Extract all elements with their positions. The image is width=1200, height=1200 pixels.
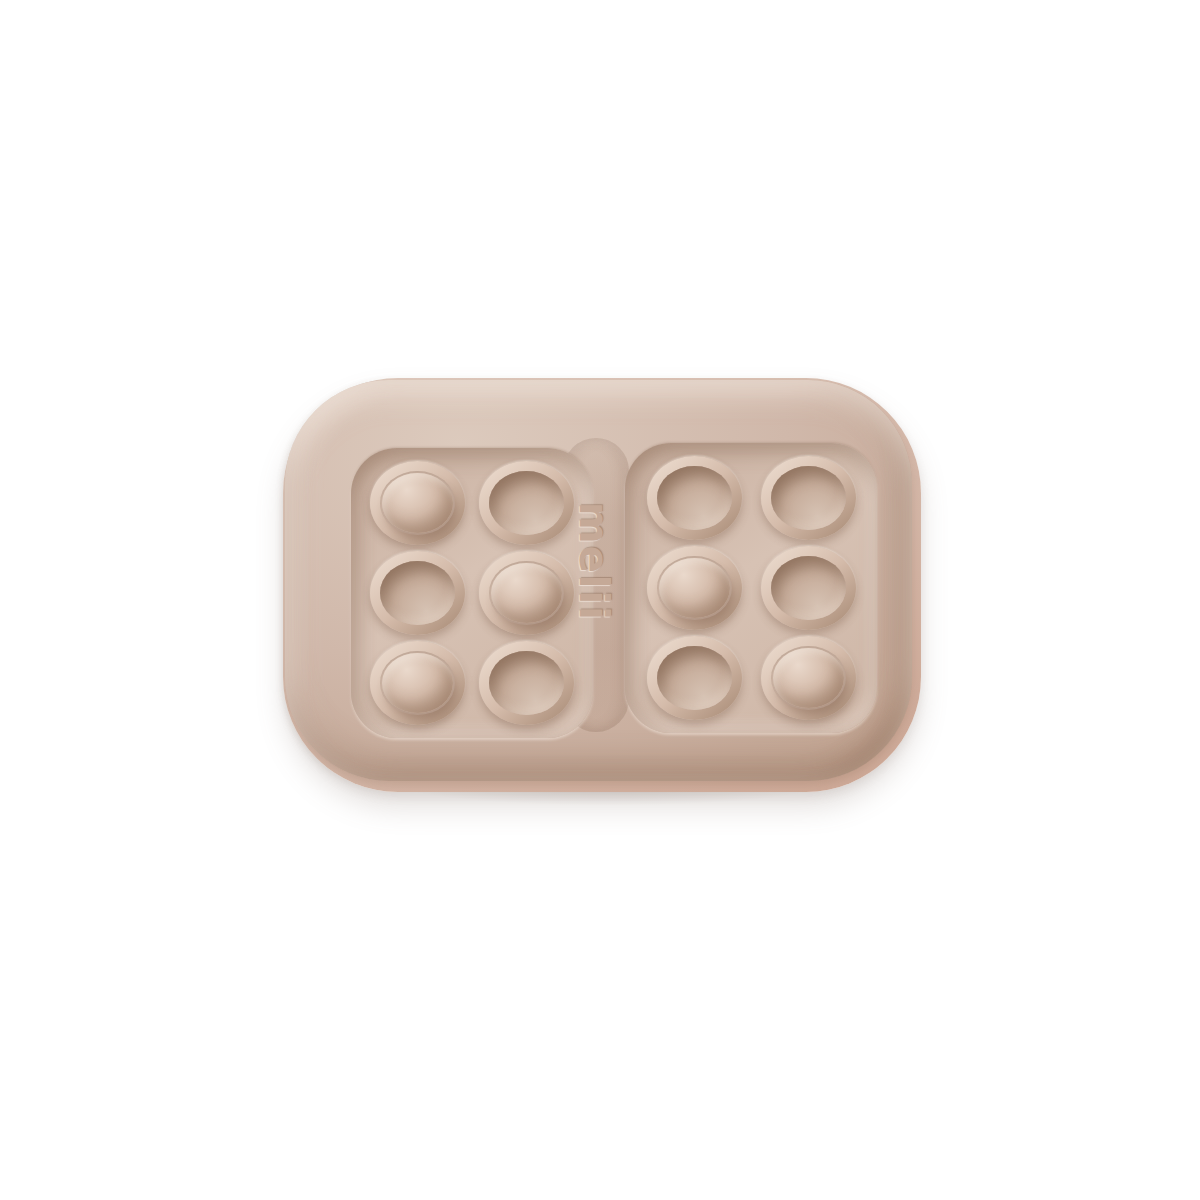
bubble-socket <box>771 556 846 620</box>
bubble-socket <box>771 466 846 530</box>
bubble-left-r1-c1[interactable] <box>370 461 465 545</box>
bubble-left-r2-c1[interactable] <box>370 551 465 635</box>
pop-it-product: melii <box>283 378 921 792</box>
bubble-right-r2-c2[interactable] <box>761 546 856 630</box>
melii-logo: melii <box>564 502 624 622</box>
bubble-socket <box>657 646 732 710</box>
bubble-right-r3-c1[interactable] <box>647 636 742 720</box>
bubble-right-r3-c2[interactable] <box>761 636 856 720</box>
bubble-dome <box>659 558 730 618</box>
bubble-left-r3-c1[interactable] <box>370 641 465 725</box>
bubble-socket <box>380 561 455 625</box>
bubble-right-r1-c1[interactable] <box>647 456 742 540</box>
raised-border: melii <box>285 380 912 781</box>
bubble-left-r3-c2[interactable] <box>479 641 574 725</box>
right-panel <box>625 443 877 733</box>
bubble-dome <box>773 648 844 708</box>
photo-background: melii <box>0 0 1200 1200</box>
bubble-right-r2-c1[interactable] <box>647 546 742 630</box>
bubble-dome <box>382 653 453 713</box>
bubble-left-r2-c2[interactable] <box>479 551 574 635</box>
bubble-socket <box>489 471 564 535</box>
bubble-dome <box>491 563 562 623</box>
bubble-socket <box>489 651 564 715</box>
bubble-dome <box>382 473 453 533</box>
bubble-right-r1-c2[interactable] <box>761 456 856 540</box>
bubble-left-r1-c2[interactable] <box>479 461 574 545</box>
bubble-socket <box>657 466 732 530</box>
left-panel <box>351 448 593 738</box>
